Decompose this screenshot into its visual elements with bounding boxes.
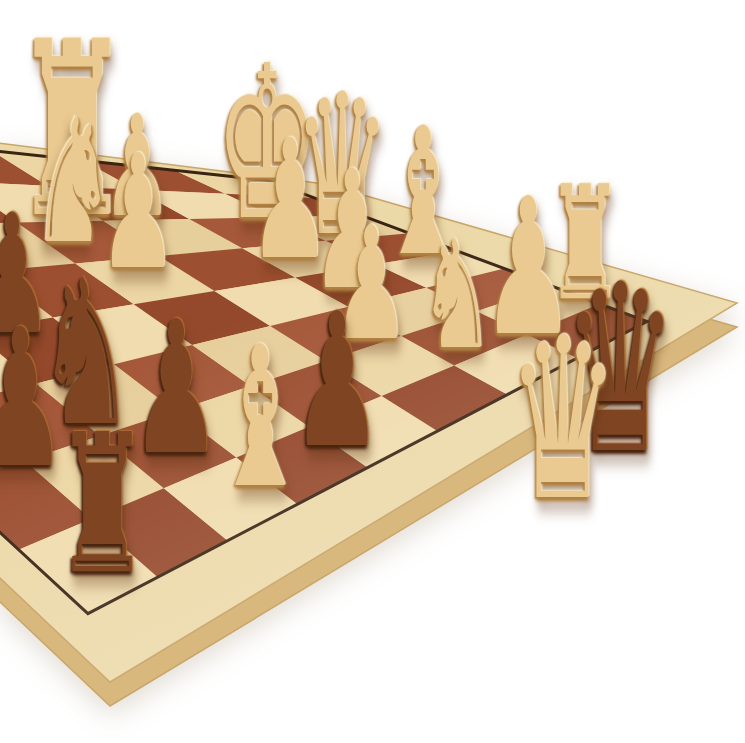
chess-product-photo-scene: ♟♜♚♛♞♝♟♟♟♜♟♟♟♞♞♟♟♛♟♝♛♜ Wooden Staunton c… [0,0,745,743]
piece-white-knight-f7[interactable]: ♞ [420,220,494,370]
piece-white-queen-offboard[interactable]: ♛ [508,308,618,532]
piece-white-bishop-c8[interactable]: ♝ [212,321,308,515]
piece-black-rook-a8[interactable]: ♜ [55,409,150,601]
pieces-layer: ♟♜♚♛♞♝♟♟♟♜♟♟♟♞♞♟♟♛♟♝♛♜ [0,0,745,743]
